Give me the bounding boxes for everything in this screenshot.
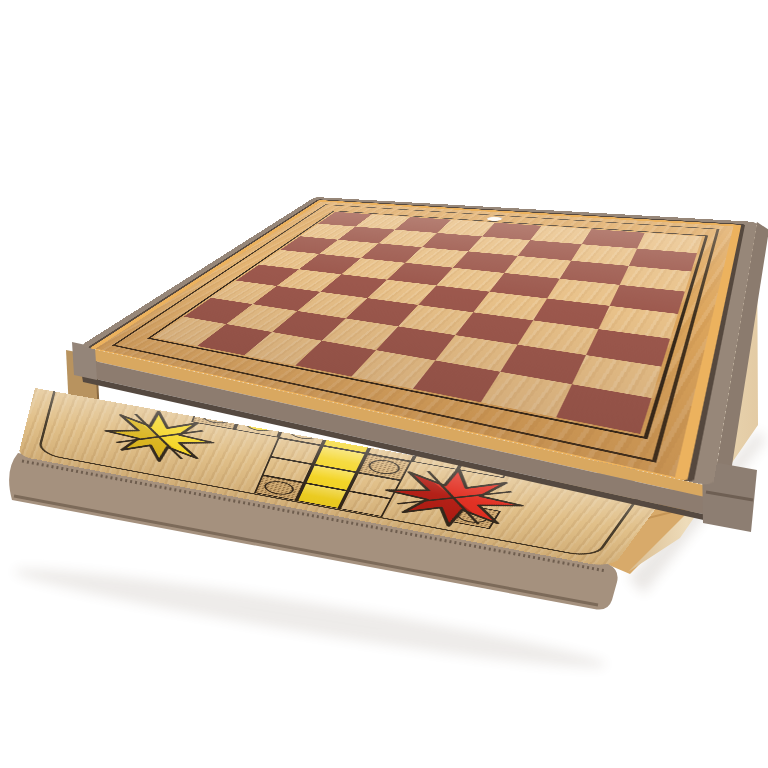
product-photo-stage [0,0,768,768]
